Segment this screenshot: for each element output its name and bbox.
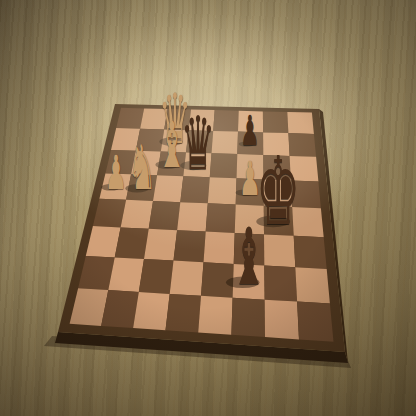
white-pawn[interactable]: ♟ xyxy=(105,151,127,194)
square-c1[interactable] xyxy=(133,292,170,330)
square-e1[interactable] xyxy=(198,296,232,335)
square-h1[interactable] xyxy=(297,302,333,342)
square-g1[interactable] xyxy=(265,300,299,340)
square-d2[interactable] xyxy=(170,261,204,296)
square-h8[interactable] xyxy=(287,112,314,134)
chess-board xyxy=(0,0,416,416)
black-bishop[interactable]: ♝ xyxy=(230,221,267,294)
square-b3[interactable] xyxy=(115,227,149,259)
square-d3[interactable] xyxy=(174,230,206,262)
square-h2[interactable] xyxy=(295,267,330,303)
black-queen[interactable]: ♛ xyxy=(180,108,214,176)
square-d4[interactable] xyxy=(177,202,208,231)
square-c3[interactable] xyxy=(144,229,177,261)
scene: ♛♟♝♛♟♞♟♚♝ xyxy=(0,0,416,416)
white-knight[interactable]: ♞ xyxy=(127,141,156,198)
square-e8[interactable] xyxy=(213,110,239,132)
square-a8[interactable] xyxy=(116,108,144,129)
square-g8[interactable] xyxy=(263,111,289,133)
square-c4[interactable] xyxy=(149,201,181,230)
square-e7[interactable] xyxy=(212,131,239,154)
square-d1[interactable] xyxy=(166,294,202,333)
square-g2[interactable] xyxy=(264,266,297,302)
square-c2[interactable] xyxy=(139,259,174,294)
square-f1[interactable] xyxy=(231,298,265,337)
